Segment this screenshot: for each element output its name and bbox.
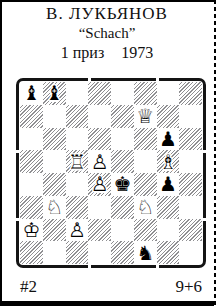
square-c3 bbox=[66, 196, 89, 219]
frame-notch bbox=[203, 150, 206, 153]
square-g4: ♟♟ bbox=[157, 173, 180, 196]
prize-text: 1 приз bbox=[61, 43, 104, 63]
square-a6 bbox=[20, 128, 43, 151]
square-c4 bbox=[66, 173, 89, 196]
black-pawn-g6: ♟♟ bbox=[157, 128, 180, 151]
white-pawn-d4: ♟♙ bbox=[88, 173, 111, 196]
square-g8 bbox=[157, 82, 180, 105]
piece-glyph: ♗ bbox=[159, 152, 177, 172]
piece-glyph: ♚ bbox=[113, 174, 131, 194]
square-e4: ♚♚ bbox=[111, 173, 134, 196]
square-c7 bbox=[66, 105, 89, 128]
square-b3: ♞♘ bbox=[43, 196, 66, 219]
square-h2 bbox=[179, 219, 202, 242]
square-g1 bbox=[157, 241, 180, 264]
square-h4 bbox=[179, 173, 202, 196]
square-a7 bbox=[20, 105, 43, 128]
piece-glyph: ♟ bbox=[159, 129, 177, 149]
white-king-a2: ♚♔ bbox=[20, 219, 43, 242]
black-pawn-g4: ♟♟ bbox=[157, 173, 180, 196]
square-b1 bbox=[43, 241, 66, 264]
piece-glyph: ♞ bbox=[136, 243, 154, 263]
square-f2 bbox=[134, 219, 157, 242]
square-e8 bbox=[111, 82, 134, 105]
source-title: “Schach” bbox=[0, 24, 214, 43]
prize-line: 1 приз 1973 bbox=[0, 43, 214, 63]
square-d6 bbox=[88, 128, 111, 151]
square-d2 bbox=[88, 219, 111, 242]
piece-glyph: ♕ bbox=[136, 106, 154, 126]
board: ♝♝♝♝♛♕♟♟♜♖♟♙♝♗♟♙♚♚♟♟♞♘♞♘♚♔♟♙♞♞ bbox=[20, 82, 202, 264]
square-e7 bbox=[111, 105, 134, 128]
square-f7: ♛♕ bbox=[134, 105, 157, 128]
header: В. ЛУКЬЯНОВ “Schach” 1 приз 1973 bbox=[0, 3, 214, 63]
square-d7 bbox=[88, 105, 111, 128]
white-bishop-g5: ♝♗ bbox=[157, 150, 180, 173]
piece-glyph: ♙ bbox=[91, 174, 109, 194]
square-d3 bbox=[88, 196, 111, 219]
square-b4 bbox=[43, 173, 66, 196]
square-f5 bbox=[134, 150, 157, 173]
square-e5 bbox=[111, 150, 134, 173]
square-f4 bbox=[134, 173, 157, 196]
material-count-label: 9+6 bbox=[175, 276, 202, 298]
white-pawn-c2: ♟♙ bbox=[66, 219, 89, 242]
black-knight-f1: ♞♞ bbox=[134, 241, 157, 264]
author-name: В. ЛУКЬЯНОВ bbox=[0, 3, 214, 24]
frame-notch bbox=[156, 265, 159, 268]
card-bottom-border bbox=[0, 301, 214, 306]
piece-glyph: ♖ bbox=[68, 152, 86, 172]
piece-glyph: ♘ bbox=[136, 197, 154, 217]
square-g5: ♝♗ bbox=[157, 150, 180, 173]
piece-glyph: ♟ bbox=[159, 174, 177, 194]
white-knight-b3: ♞♘ bbox=[43, 196, 66, 219]
cut-line-dashed bbox=[214, 0, 216, 306]
stipulation-label: #2 bbox=[20, 276, 37, 298]
square-c5: ♜♖ bbox=[66, 150, 89, 173]
square-b8: ♝♝ bbox=[43, 82, 66, 105]
square-b2 bbox=[43, 219, 66, 242]
square-h7 bbox=[179, 105, 202, 128]
square-e3 bbox=[111, 196, 134, 219]
square-g3 bbox=[157, 196, 180, 219]
square-c1 bbox=[66, 241, 89, 264]
square-h1 bbox=[179, 241, 202, 264]
piece-glyph: ♔ bbox=[22, 220, 40, 240]
square-e1 bbox=[111, 241, 134, 264]
white-queen-f7: ♛♕ bbox=[134, 105, 157, 128]
frame-notch bbox=[88, 265, 91, 268]
piece-glyph: ♝ bbox=[45, 83, 63, 103]
square-a8: ♝♝ bbox=[20, 82, 43, 105]
square-f6 bbox=[134, 128, 157, 151]
year-text: 1973 bbox=[121, 43, 153, 63]
board-frame: ♝♝♝♝♛♕♟♟♜♖♟♙♝♗♟♙♚♚♟♟♞♘♞♘♚♔♟♙♞♞ bbox=[16, 78, 206, 268]
square-g6: ♟♟ bbox=[157, 128, 180, 151]
square-e6 bbox=[111, 128, 134, 151]
footer: #2 9+6 bbox=[16, 276, 206, 298]
piece-glyph: ♙ bbox=[91, 152, 109, 172]
square-g7 bbox=[157, 105, 180, 128]
square-c8 bbox=[66, 82, 89, 105]
square-a2: ♚♔ bbox=[20, 219, 43, 242]
black-bishop-a8: ♝♝ bbox=[20, 82, 43, 105]
square-f1: ♞♞ bbox=[134, 241, 157, 264]
square-h8 bbox=[179, 82, 202, 105]
square-e2 bbox=[111, 219, 134, 242]
square-g2 bbox=[157, 219, 180, 242]
black-king-e4: ♚♚ bbox=[111, 173, 134, 196]
square-c6 bbox=[66, 128, 89, 151]
white-rook-c5: ♜♖ bbox=[66, 150, 89, 173]
frame-notch bbox=[16, 218, 19, 221]
piece-glyph: ♝ bbox=[22, 83, 40, 103]
black-bishop-b8: ♝♝ bbox=[43, 82, 66, 105]
square-a4 bbox=[20, 173, 43, 196]
square-f3: ♞♘ bbox=[134, 196, 157, 219]
square-h6 bbox=[179, 128, 202, 151]
square-h3 bbox=[179, 196, 202, 219]
square-b7 bbox=[43, 105, 66, 128]
square-c2: ♟♙ bbox=[66, 219, 89, 242]
card-top-border bbox=[0, 0, 214, 2]
square-a1 bbox=[20, 241, 43, 264]
square-b6 bbox=[43, 128, 66, 151]
piece-glyph: ♘ bbox=[45, 197, 63, 217]
frame-notch bbox=[88, 78, 91, 81]
white-pawn-d5: ♟♙ bbox=[88, 150, 111, 173]
white-knight-f3: ♞♘ bbox=[134, 196, 157, 219]
problem-card: В. ЛУКЬЯНОВ “Schach” 1 приз 1973 ♝♝♝♝♛♕♟… bbox=[0, 0, 222, 306]
piece-glyph: ♙ bbox=[68, 220, 86, 240]
square-f8 bbox=[134, 82, 157, 105]
square-a3 bbox=[20, 196, 43, 219]
square-h5 bbox=[179, 150, 202, 173]
frame-notch bbox=[203, 218, 206, 221]
frame-notch bbox=[16, 150, 19, 153]
square-d1 bbox=[88, 241, 111, 264]
frame-notch bbox=[156, 78, 159, 81]
square-d8 bbox=[88, 82, 111, 105]
square-a5 bbox=[20, 150, 43, 173]
square-d4: ♟♙ bbox=[88, 173, 111, 196]
square-d5: ♟♙ bbox=[88, 150, 111, 173]
square-b5 bbox=[43, 150, 66, 173]
